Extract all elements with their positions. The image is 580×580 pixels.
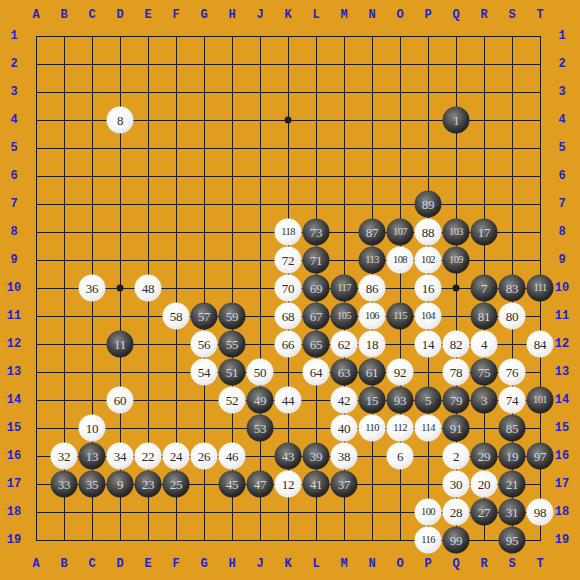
stone-black-3[interactable]: 3 (471, 387, 498, 414)
coordinate-label: G (200, 9, 207, 21)
move-number: 61 (366, 366, 378, 379)
stone-black-21[interactable]: 21 (499, 471, 526, 498)
stone-white-32[interactable]: 32 (51, 443, 78, 470)
stone-black-89[interactable]: 89 (415, 191, 442, 218)
coordinate-label: 10 (7, 282, 21, 294)
move-number: 84 (534, 338, 546, 351)
move-number: 107 (393, 227, 407, 238)
move-number: 26 (198, 450, 210, 463)
stone-black-111[interactable]: 111 (527, 275, 554, 302)
stone-white-22[interactable]: 22 (135, 443, 162, 470)
coordinate-label: M (340, 558, 347, 570)
move-number: 117 (337, 283, 351, 294)
stone-black-113[interactable]: 113 (359, 247, 386, 274)
move-number: 22 (142, 450, 154, 463)
move-number: 46 (226, 450, 238, 463)
coordinate-label: 6 (10, 170, 17, 182)
stone-white-82[interactable]: 82 (443, 331, 470, 358)
stone-black-75[interactable]: 75 (471, 359, 498, 386)
move-number: 115 (393, 311, 407, 322)
stone-black-43[interactable]: 43 (275, 443, 302, 470)
move-number: 23 (142, 478, 154, 491)
stone-black-83[interactable]: 83 (499, 275, 526, 302)
move-number: 42 (338, 394, 350, 407)
coordinate-label: 13 (555, 366, 569, 378)
star-point (117, 285, 124, 292)
coordinate-label: D (116, 558, 123, 570)
move-number: 104 (421, 311, 435, 322)
stone-white-34[interactable]: 34 (107, 443, 134, 470)
stone-black-51[interactable]: 51 (219, 359, 246, 386)
stone-black-73[interactable]: 73 (303, 219, 330, 246)
move-number: 54 (198, 366, 210, 379)
move-number: 88 (422, 226, 434, 239)
move-number: 69 (310, 282, 322, 295)
coordinate-label: 12 (7, 338, 21, 350)
move-number: 66 (282, 338, 294, 351)
coordinate-label: J (256, 558, 263, 570)
move-number: 10 (86, 422, 98, 435)
move-number: 43 (282, 450, 294, 463)
go-kifu-board: ABCDEFGHJKLMNOPQRST ABCDEFGHJKLMNOPQRST … (0, 0, 580, 580)
move-number: 14 (422, 338, 434, 351)
stone-white-102[interactable]: 102 (415, 247, 442, 274)
stone-white-110[interactable]: 110 (359, 415, 386, 442)
stone-white-18[interactable]: 18 (359, 331, 386, 358)
stone-black-107[interactable]: 107 (387, 219, 414, 246)
stone-white-118[interactable]: 118 (275, 219, 302, 246)
move-number: 16 (422, 282, 434, 295)
coordinate-label: 11 (7, 310, 21, 322)
move-number: 80 (506, 310, 518, 323)
move-number: 27 (478, 506, 490, 519)
stone-white-44[interactable]: 44 (275, 387, 302, 414)
stone-white-14[interactable]: 14 (415, 331, 442, 358)
move-number: 111 (533, 283, 546, 294)
coordinate-label: D (116, 9, 123, 21)
move-number: 58 (170, 310, 182, 323)
move-number: 21 (506, 478, 518, 491)
stone-black-93[interactable]: 93 (387, 387, 414, 414)
move-number: 3 (481, 394, 487, 407)
coordinate-label: H (228, 558, 235, 570)
move-number: 6 (397, 450, 403, 463)
move-number: 103 (449, 227, 463, 238)
coordinate-label: R (480, 9, 487, 21)
coordinate-label: Q (452, 9, 459, 21)
coordinate-label: C (88, 558, 95, 570)
stone-white-104[interactable]: 104 (415, 303, 442, 330)
stone-white-42[interactable]: 42 (331, 387, 358, 414)
stone-white-108[interactable]: 108 (387, 247, 414, 274)
move-number: 97 (534, 450, 546, 463)
stone-black-11[interactable]: 11 (107, 331, 134, 358)
move-number: 89 (422, 198, 434, 211)
coordinate-label: 19 (555, 534, 569, 546)
stone-black-101[interactable]: 101 (527, 387, 554, 414)
stone-black-7[interactable]: 7 (471, 275, 498, 302)
stone-black-79[interactable]: 79 (443, 387, 470, 414)
stone-black-47[interactable]: 47 (247, 471, 274, 498)
stone-white-6[interactable]: 6 (387, 443, 414, 470)
move-number: 95 (506, 534, 518, 547)
move-number: 98 (534, 506, 546, 519)
stone-black-53[interactable]: 53 (247, 415, 274, 442)
coordinate-label: B (60, 558, 67, 570)
stone-white-80[interactable]: 80 (499, 303, 526, 330)
stone-black-67[interactable]: 67 (303, 303, 330, 330)
stone-black-27[interactable]: 27 (471, 499, 498, 526)
coordinate-label: S (508, 558, 515, 570)
stone-black-71[interactable]: 71 (303, 247, 330, 274)
stone-white-26[interactable]: 26 (191, 443, 218, 470)
stone-black-33[interactable]: 33 (51, 471, 78, 498)
stone-white-116[interactable]: 116 (415, 527, 442, 554)
coordinate-label: R (480, 558, 487, 570)
coordinate-label: 7 (558, 198, 565, 210)
move-number: 67 (310, 310, 322, 323)
move-number: 45 (226, 478, 238, 491)
stone-white-64[interactable]: 64 (303, 359, 330, 386)
stone-black-5[interactable]: 5 (415, 387, 442, 414)
stone-white-92[interactable]: 92 (387, 359, 414, 386)
stone-black-109[interactable]: 109 (443, 247, 470, 274)
move-number: 49 (254, 394, 266, 407)
stone-black-63[interactable]: 63 (331, 359, 358, 386)
move-number: 114 (421, 423, 435, 434)
stone-white-56[interactable]: 56 (191, 331, 218, 358)
stone-black-19[interactable]: 19 (499, 443, 526, 470)
stone-black-97[interactable]: 97 (527, 443, 554, 470)
move-number: 62 (338, 338, 350, 351)
stone-black-95[interactable]: 95 (499, 527, 526, 554)
coordinate-label: H (228, 9, 235, 21)
coordinate-label: 3 (558, 86, 565, 98)
move-number: 85 (506, 422, 518, 435)
stone-black-99[interactable]: 99 (443, 527, 470, 554)
move-number: 19 (506, 450, 518, 463)
move-number: 116 (421, 535, 435, 546)
coordinate-label: 4 (558, 114, 565, 126)
move-number: 68 (282, 310, 294, 323)
stone-white-62[interactable]: 62 (331, 331, 358, 358)
stone-black-9[interactable]: 9 (107, 471, 134, 498)
move-number: 76 (506, 366, 518, 379)
stone-white-106[interactable]: 106 (359, 303, 386, 330)
move-number: 17 (478, 226, 490, 239)
move-number: 113 (365, 255, 379, 266)
stone-white-16[interactable]: 16 (415, 275, 442, 302)
stone-white-60[interactable]: 60 (107, 387, 134, 414)
move-number: 37 (338, 478, 350, 491)
stone-white-76[interactable]: 76 (499, 359, 526, 386)
move-number: 63 (338, 366, 350, 379)
move-number: 9 (117, 478, 123, 491)
stone-white-70[interactable]: 70 (275, 275, 302, 302)
coordinate-label: 17 (7, 478, 21, 490)
move-number: 93 (394, 394, 406, 407)
stone-black-87[interactable]: 87 (359, 219, 386, 246)
coordinate-label: 18 (7, 506, 21, 518)
move-number: 57 (198, 310, 210, 323)
coordinate-label: C (88, 9, 95, 21)
coordinate-label: E (144, 9, 151, 21)
coordinate-label: F (172, 9, 179, 21)
move-number: 2 (453, 450, 459, 463)
stone-white-88[interactable]: 88 (415, 219, 442, 246)
stone-black-23[interactable]: 23 (135, 471, 162, 498)
stone-white-38[interactable]: 38 (331, 443, 358, 470)
coordinate-label: 5 (10, 142, 17, 154)
stone-white-24[interactable]: 24 (163, 443, 190, 470)
stone-black-25[interactable]: 25 (163, 471, 190, 498)
move-number: 99 (450, 534, 462, 547)
stone-white-86[interactable]: 86 (359, 275, 386, 302)
stone-black-49[interactable]: 49 (247, 387, 274, 414)
stone-black-39[interactable]: 39 (303, 443, 330, 470)
move-number: 11 (114, 338, 126, 351)
move-number: 60 (114, 394, 126, 407)
move-number: 13 (86, 450, 98, 463)
move-number: 8 (117, 114, 123, 127)
move-number: 38 (338, 450, 350, 463)
stone-white-48[interactable]: 48 (135, 275, 162, 302)
move-number: 78 (450, 366, 462, 379)
move-number: 29 (478, 450, 490, 463)
stone-white-84[interactable]: 84 (527, 331, 554, 358)
stone-black-117[interactable]: 117 (331, 275, 358, 302)
coordinate-label: N (368, 558, 375, 570)
coordinate-label: T (536, 558, 543, 570)
stone-white-54[interactable]: 54 (191, 359, 218, 386)
coordinate-label: 1 (10, 30, 17, 42)
move-number: 48 (142, 282, 154, 295)
move-number: 18 (366, 338, 378, 351)
coordinate-label: 3 (10, 86, 17, 98)
move-number: 86 (366, 282, 378, 295)
move-number: 106 (365, 311, 379, 322)
coordinate-label: 8 (558, 226, 565, 238)
move-number: 112 (393, 423, 407, 434)
coordinate-label: 10 (555, 282, 569, 294)
move-number: 15 (366, 394, 378, 407)
coordinate-label: 14 (555, 394, 569, 406)
coordinate-label: 2 (10, 58, 17, 70)
move-number: 1 (453, 114, 459, 127)
stone-black-31[interactable]: 31 (499, 499, 526, 526)
move-number: 75 (478, 366, 490, 379)
move-number: 70 (282, 282, 294, 295)
stone-black-55[interactable]: 55 (219, 331, 246, 358)
coordinate-label: 12 (555, 338, 569, 350)
coordinate-label: B (60, 9, 67, 21)
move-number: 105 (337, 311, 351, 322)
coordinate-label: 16 (7, 450, 21, 462)
stone-white-20[interactable]: 20 (471, 471, 498, 498)
coordinate-label: E (144, 558, 151, 570)
coordinate-label: J (256, 9, 263, 21)
coordinate-label: 2 (558, 58, 565, 70)
coordinate-label: 1 (558, 30, 565, 42)
move-number: 83 (506, 282, 518, 295)
move-number: 39 (310, 450, 322, 463)
coordinate-label: L (312, 558, 319, 570)
coordinate-label: 5 (558, 142, 565, 154)
move-number: 40 (338, 422, 350, 435)
move-number: 79 (450, 394, 462, 407)
move-number: 100 (421, 507, 435, 518)
stone-black-41[interactable]: 41 (303, 471, 330, 498)
coordinate-label: N (368, 9, 375, 21)
stone-black-69[interactable]: 69 (303, 275, 330, 302)
stone-white-100[interactable]: 100 (415, 499, 442, 526)
coordinate-label: 14 (7, 394, 21, 406)
stone-black-29[interactable]: 29 (471, 443, 498, 470)
move-number: 24 (170, 450, 182, 463)
coordinate-label: 8 (10, 226, 17, 238)
stone-white-50[interactable]: 50 (247, 359, 274, 386)
coordinate-label: F (172, 558, 179, 570)
stone-black-57[interactable]: 57 (191, 303, 218, 330)
move-number: 118 (281, 227, 295, 238)
coordinate-label: S (508, 9, 515, 21)
coordinate-label: 4 (10, 114, 17, 126)
coordinate-label: L (312, 9, 319, 21)
coordinate-label: A (32, 558, 39, 570)
move-number: 35 (86, 478, 98, 491)
stone-black-61[interactable]: 61 (359, 359, 386, 386)
move-number: 102 (421, 255, 435, 266)
move-number: 59 (226, 310, 238, 323)
coordinate-label: 6 (558, 170, 565, 182)
move-number: 108 (393, 255, 407, 266)
coordinate-label: 9 (558, 254, 565, 266)
stone-black-65[interactable]: 65 (303, 331, 330, 358)
move-number: 74 (506, 394, 518, 407)
stone-white-8[interactable]: 8 (107, 107, 134, 134)
stone-black-115[interactable]: 115 (387, 303, 414, 330)
coordinate-label: O (396, 9, 403, 21)
stone-white-74[interactable]: 74 (499, 387, 526, 414)
move-number: 47 (254, 478, 266, 491)
coordinate-label: 16 (555, 450, 569, 462)
stone-black-45[interactable]: 45 (219, 471, 246, 498)
move-number: 12 (282, 478, 294, 491)
move-number: 30 (450, 478, 462, 491)
move-number: 5 (425, 394, 431, 407)
stone-white-52[interactable]: 52 (219, 387, 246, 414)
stone-white-112[interactable]: 112 (387, 415, 414, 442)
stone-white-58[interactable]: 58 (163, 303, 190, 330)
stone-black-85[interactable]: 85 (499, 415, 526, 442)
stone-black-37[interactable]: 37 (331, 471, 358, 498)
coordinate-label: 15 (555, 422, 569, 434)
coordinate-label: O (396, 558, 403, 570)
move-number: 73 (310, 226, 322, 239)
stone-white-28[interactable]: 28 (443, 499, 470, 526)
coordinate-label: G (200, 558, 207, 570)
star-point (453, 285, 460, 292)
move-number: 51 (226, 366, 238, 379)
move-number: 28 (450, 506, 462, 519)
stone-black-105[interactable]: 105 (331, 303, 358, 330)
coordinate-label: 18 (555, 506, 569, 518)
stone-white-78[interactable]: 78 (443, 359, 470, 386)
move-number: 109 (449, 255, 463, 266)
stone-white-10[interactable]: 10 (79, 415, 106, 442)
stone-black-13[interactable]: 13 (79, 443, 106, 470)
move-number: 20 (478, 478, 490, 491)
coordinate-label: K (284, 9, 291, 21)
stone-black-17[interactable]: 17 (471, 219, 498, 246)
move-number: 53 (254, 422, 266, 435)
stone-black-103[interactable]: 103 (443, 219, 470, 246)
stone-white-66[interactable]: 66 (275, 331, 302, 358)
coordinate-label: M (340, 9, 347, 21)
move-number: 33 (58, 478, 70, 491)
move-number: 82 (450, 338, 462, 351)
stone-white-46[interactable]: 46 (219, 443, 246, 470)
move-number: 71 (310, 254, 322, 267)
star-point (285, 117, 292, 124)
move-number: 55 (226, 338, 238, 351)
coordinate-label: 19 (7, 534, 21, 546)
move-number: 25 (170, 478, 182, 491)
stone-white-36[interactable]: 36 (79, 275, 106, 302)
stone-white-2[interactable]: 2 (443, 443, 470, 470)
coordinate-label: P (424, 9, 431, 21)
move-number: 81 (478, 310, 490, 323)
move-number: 34 (114, 450, 126, 463)
move-number: 31 (506, 506, 518, 519)
coordinate-label: A (32, 9, 39, 21)
stone-black-59[interactable]: 59 (219, 303, 246, 330)
coordinate-label: 11 (555, 310, 569, 322)
stone-white-40[interactable]: 40 (331, 415, 358, 442)
move-number: 64 (310, 366, 322, 379)
stone-white-4[interactable]: 4 (471, 331, 498, 358)
stone-white-98[interactable]: 98 (527, 499, 554, 526)
stone-white-12[interactable]: 12 (275, 471, 302, 498)
stone-black-35[interactable]: 35 (79, 471, 106, 498)
move-number: 7 (481, 282, 487, 295)
coordinate-label: K (284, 558, 291, 570)
stone-white-114[interactable]: 114 (415, 415, 442, 442)
move-number: 56 (198, 338, 210, 351)
move-number: 44 (282, 394, 294, 407)
coordinate-label: 9 (10, 254, 17, 266)
move-number: 91 (450, 422, 462, 435)
coordinate-label: T (536, 9, 543, 21)
move-number: 41 (310, 478, 322, 491)
coordinate-label: 13 (7, 366, 21, 378)
stone-black-15[interactable]: 15 (359, 387, 386, 414)
coordinate-label: 7 (10, 198, 17, 210)
move-number: 4 (481, 338, 487, 351)
move-number: 110 (365, 423, 379, 434)
stone-black-81[interactable]: 81 (471, 303, 498, 330)
stone-white-68[interactable]: 68 (275, 303, 302, 330)
stone-white-72[interactable]: 72 (275, 247, 302, 274)
move-number: 50 (254, 366, 266, 379)
move-number: 101 (533, 395, 547, 406)
stone-white-30[interactable]: 30 (443, 471, 470, 498)
move-number: 32 (58, 450, 70, 463)
stone-black-1[interactable]: 1 (443, 107, 470, 134)
coordinate-label: Q (452, 558, 459, 570)
stone-black-91[interactable]: 91 (443, 415, 470, 442)
move-number: 65 (310, 338, 322, 351)
